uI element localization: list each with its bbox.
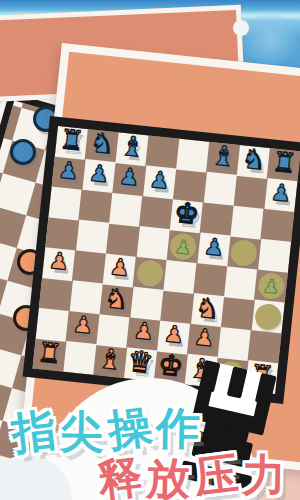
r-glyph: ♜	[36, 336, 63, 369]
caption-char: 指	[9, 400, 64, 464]
blue-p-h7[interactable]: ♟	[264, 176, 298, 210]
p-glyph: ♟	[269, 176, 293, 209]
blue-r-h8[interactable]: ♜	[267, 145, 300, 179]
blue-p-a7[interactable]: ♟	[52, 153, 86, 187]
blue-disc-piece	[10, 139, 36, 165]
p-glyph: ♟	[193, 321, 217, 354]
blue-b-c8[interactable]: ♝	[116, 129, 150, 163]
chess-board[interactable]: ♜♞♝♝♞♜♟♟♟♟♟♚♟♟♟♞♞♟♟♟♟♜♝♛♚♝♜♟♟	[23, 116, 300, 404]
b-glyph: ♝	[119, 130, 146, 163]
card-notch	[233, 20, 249, 36]
p-glyph: ♟	[202, 230, 226, 263]
p-glyph: ♟	[108, 251, 132, 284]
p-glyph: ♟	[162, 318, 186, 351]
blue-r-a8[interactable]: ♜	[55, 123, 89, 157]
caption-char: 放	[145, 449, 194, 500]
orange-p-f2[interactable]: ♟	[188, 321, 222, 355]
blue-n-b8[interactable]: ♞	[85, 126, 119, 160]
orange-q-d1[interactable]: ♛	[124, 345, 158, 379]
orange-n-f3[interactable]: ♞	[191, 291, 225, 325]
r-glyph: ♜	[58, 123, 85, 156]
r-glyph: ♜	[271, 146, 298, 179]
orange-r-a1[interactable]: ♜	[33, 335, 67, 369]
caption-char: 力	[241, 446, 290, 500]
caption-line2: 释放压力	[97, 444, 291, 500]
ghost-pawn-glyph: ♟	[174, 235, 193, 259]
n-glyph: ♞	[240, 142, 267, 175]
orange-k-e1[interactable]: ♚	[154, 348, 188, 382]
p-glyph: ♟	[117, 160, 141, 193]
khaki-ghost-pawn-disc-e5[interactable]: ♟	[169, 232, 198, 261]
p-glyph: ♟	[148, 163, 172, 196]
n-glyph: ♞	[89, 126, 116, 159]
blue-p-b7[interactable]: ♟	[82, 156, 116, 190]
orange-p-b2[interactable]: ♟	[66, 308, 100, 342]
khaki-disc-d4[interactable]	[135, 259, 164, 288]
p-glyph: ♟	[47, 245, 71, 278]
khaki-disc-h3[interactable]	[254, 302, 283, 331]
b-glyph: ♝	[97, 342, 124, 375]
orange-p-e2[interactable]: ♟	[157, 318, 191, 352]
n-glyph: ♞	[194, 291, 221, 324]
khaki-disc-g5[interactable]	[230, 238, 259, 267]
k-glyph: ♚	[173, 197, 201, 230]
blue-p-f5[interactable]: ♟	[197, 230, 231, 264]
p-glyph: ♟	[71, 309, 95, 342]
b-glyph: ♝	[210, 139, 237, 172]
khaki-ghost-pawn-disc-h4[interactable]: ♟	[257, 272, 286, 301]
n-glyph: ♞	[103, 281, 130, 314]
orange-p-c4[interactable]: ♟	[103, 251, 137, 285]
blue-n-g8[interactable]: ♞	[237, 142, 271, 176]
blue-p-c7[interactable]: ♟	[113, 160, 147, 194]
blue-p-d7[interactable]: ♟	[143, 163, 177, 197]
orange-b-c1[interactable]: ♝	[93, 342, 127, 376]
p-glyph: ♟	[57, 154, 81, 187]
blue-b-f8[interactable]: ♝	[207, 139, 241, 173]
caption-char: 释	[95, 447, 150, 500]
orange-p-a4[interactable]: ♟	[42, 244, 76, 278]
k-glyph: ♚	[157, 348, 185, 381]
q-glyph: ♛	[126, 345, 155, 379]
orange-n-c3[interactable]: ♞	[100, 281, 134, 315]
p-glyph: ♟	[87, 157, 111, 190]
caption-char: 压	[191, 443, 246, 500]
blue-k-e6[interactable]: ♚	[170, 196, 204, 230]
ghost-pawn-glyph: ♟	[261, 274, 280, 298]
